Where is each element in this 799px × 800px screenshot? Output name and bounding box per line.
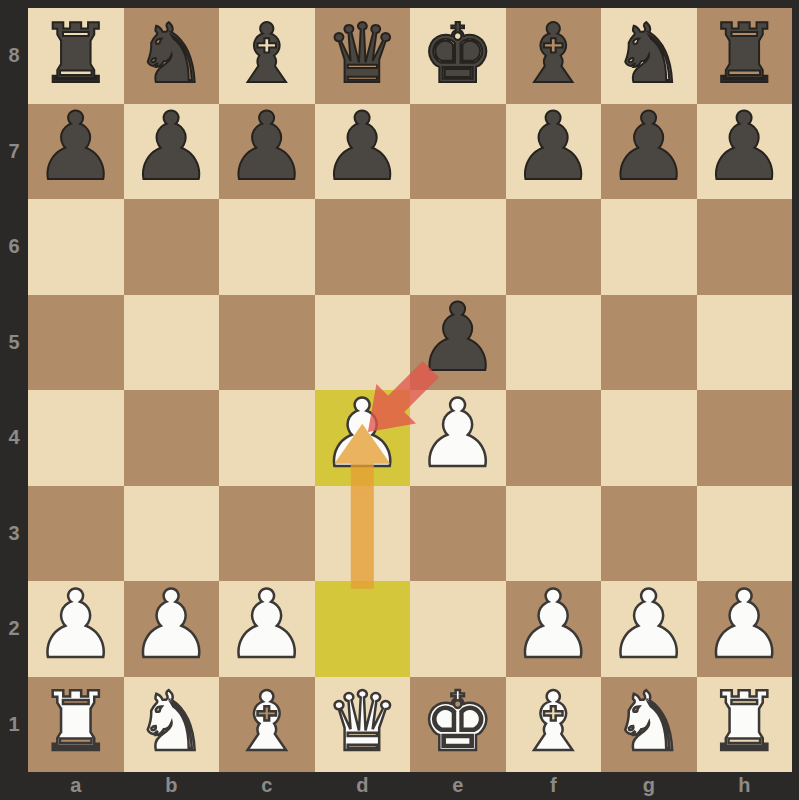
square-f8[interactable]: ♝ — [506, 8, 602, 104]
file-label-f: f — [506, 772, 602, 800]
square-c8[interactable]: ♝ — [219, 8, 315, 104]
file-label-e: e — [410, 772, 506, 800]
square-e2[interactable] — [410, 581, 506, 677]
square-c7[interactable]: ♟ — [219, 104, 315, 200]
rank-label-5: 5 — [0, 295, 28, 391]
square-g6[interactable] — [601, 199, 697, 295]
square-b7[interactable]: ♟ — [124, 104, 220, 200]
file-label-b: b — [124, 772, 220, 800]
piece-black-pawn[interactable]: ♟ — [511, 100, 595, 194]
square-h5[interactable] — [697, 295, 793, 391]
piece-white-pawn[interactable]: ♟ — [34, 578, 118, 672]
rank-label-1: 1 — [0, 677, 28, 773]
square-b2[interactable]: ♟ — [124, 581, 220, 677]
piece-white-queen[interactable]: ♛ — [325, 681, 399, 763]
piece-black-knight[interactable]: ♞ — [612, 13, 686, 95]
square-e8[interactable]: ♚ — [410, 8, 506, 104]
square-g7[interactable]: ♟ — [601, 104, 697, 200]
square-e3[interactable] — [410, 486, 506, 582]
square-e6[interactable] — [410, 199, 506, 295]
piece-white-pawn[interactable]: ♟ — [416, 387, 500, 481]
square-f7[interactable]: ♟ — [506, 104, 602, 200]
square-c1[interactable]: ♝ — [219, 677, 315, 773]
square-b4[interactable] — [124, 390, 220, 486]
piece-black-bishop[interactable]: ♝ — [230, 13, 304, 95]
rank-label-6: 6 — [0, 199, 28, 295]
file-label-c: c — [219, 772, 315, 800]
square-g5[interactable] — [601, 295, 697, 391]
file-label-d: d — [315, 772, 411, 800]
square-g8[interactable]: ♞ — [601, 8, 697, 104]
piece-black-bishop[interactable]: ♝ — [516, 13, 590, 95]
piece-black-pawn[interactable]: ♟ — [129, 100, 213, 194]
square-d1[interactable]: ♛ — [315, 677, 411, 773]
square-e5[interactable]: ♟ — [410, 295, 506, 391]
piece-white-rook[interactable]: ♜ — [39, 681, 113, 763]
square-f1[interactable]: ♝ — [506, 677, 602, 773]
file-label-a: a — [28, 772, 124, 800]
square-b8[interactable]: ♞ — [124, 8, 220, 104]
square-d5[interactable] — [315, 295, 411, 391]
square-f4[interactable] — [506, 390, 602, 486]
file-label-g: g — [601, 772, 697, 800]
square-d4[interactable]: ♟ — [315, 390, 411, 486]
square-d2[interactable] — [315, 581, 411, 677]
square-b5[interactable] — [124, 295, 220, 391]
square-a4[interactable] — [28, 390, 124, 486]
piece-black-knight[interactable]: ♞ — [134, 13, 208, 95]
square-a7[interactable]: ♟ — [28, 104, 124, 200]
rank-label-8: 8 — [0, 8, 28, 104]
piece-white-king[interactable]: ♚ — [421, 681, 495, 763]
square-d7[interactable]: ♟ — [315, 104, 411, 200]
square-g1[interactable]: ♞ — [601, 677, 697, 773]
piece-white-pawn[interactable]: ♟ — [511, 578, 595, 672]
square-h8[interactable]: ♜ — [697, 8, 793, 104]
piece-white-pawn[interactable]: ♟ — [607, 578, 691, 672]
piece-white-knight[interactable]: ♞ — [612, 681, 686, 763]
square-e7[interactable] — [410, 104, 506, 200]
square-a5[interactable] — [28, 295, 124, 391]
piece-white-pawn[interactable]: ♟ — [225, 578, 309, 672]
piece-black-pawn[interactable]: ♟ — [416, 291, 500, 385]
piece-black-pawn[interactable]: ♟ — [607, 100, 691, 194]
square-e1[interactable]: ♚ — [410, 677, 506, 773]
square-c4[interactable] — [219, 390, 315, 486]
rank-label-4: 4 — [0, 390, 28, 486]
square-f2[interactable]: ♟ — [506, 581, 602, 677]
piece-black-rook[interactable]: ♜ — [39, 13, 113, 95]
square-f6[interactable] — [506, 199, 602, 295]
square-c2[interactable]: ♟ — [219, 581, 315, 677]
piece-black-queen[interactable]: ♛ — [325, 13, 399, 95]
square-h1[interactable]: ♜ — [697, 677, 793, 773]
square-a3[interactable] — [28, 486, 124, 582]
square-b3[interactable] — [124, 486, 220, 582]
square-g2[interactable]: ♟ — [601, 581, 697, 677]
square-a6[interactable] — [28, 199, 124, 295]
chess-app: 87654321 abcdefgh ♜♞♝♛♚♝♞♜♟♟♟♟♟♟♟♟♟♟♟♟♟♟… — [0, 0, 799, 800]
piece-white-bishop[interactable]: ♝ — [516, 681, 590, 763]
square-c6[interactable] — [219, 199, 315, 295]
square-b6[interactable] — [124, 199, 220, 295]
square-f5[interactable] — [506, 295, 602, 391]
square-h6[interactable] — [697, 199, 793, 295]
piece-white-rook[interactable]: ♜ — [707, 681, 781, 763]
chess-board[interactable]: ♜♞♝♛♚♝♞♜♟♟♟♟♟♟♟♟♟♟♟♟♟♟♟♟♜♞♝♛♚♝♞♜ — [28, 8, 792, 772]
square-a2[interactable]: ♟ — [28, 581, 124, 677]
piece-black-rook[interactable]: ♜ — [707, 13, 781, 95]
square-f3[interactable] — [506, 486, 602, 582]
rank-label-2: 2 — [0, 581, 28, 677]
square-b1[interactable]: ♞ — [124, 677, 220, 773]
piece-black-king[interactable]: ♚ — [421, 13, 495, 95]
square-h7[interactable]: ♟ — [697, 104, 793, 200]
square-c3[interactable] — [219, 486, 315, 582]
piece-white-knight[interactable]: ♞ — [134, 681, 208, 763]
piece-black-pawn[interactable]: ♟ — [34, 100, 118, 194]
square-a1[interactable]: ♜ — [28, 677, 124, 773]
piece-white-pawn[interactable]: ♟ — [320, 387, 404, 481]
square-g4[interactable] — [601, 390, 697, 486]
square-h4[interactable] — [697, 390, 793, 486]
piece-white-pawn[interactable]: ♟ — [129, 578, 213, 672]
square-d6[interactable] — [315, 199, 411, 295]
rank-label-7: 7 — [0, 104, 28, 200]
piece-black-pawn[interactable]: ♟ — [702, 100, 786, 194]
square-g3[interactable] — [601, 486, 697, 582]
piece-white-pawn[interactable]: ♟ — [702, 578, 786, 672]
square-h2[interactable]: ♟ — [697, 581, 793, 677]
square-d8[interactable]: ♛ — [315, 8, 411, 104]
square-c5[interactable] — [219, 295, 315, 391]
piece-white-bishop[interactable]: ♝ — [230, 681, 304, 763]
piece-black-pawn[interactable]: ♟ — [225, 100, 309, 194]
file-label-h: h — [697, 772, 793, 800]
square-e4[interactable]: ♟ — [410, 390, 506, 486]
piece-black-pawn[interactable]: ♟ — [320, 100, 404, 194]
square-a8[interactable]: ♜ — [28, 8, 124, 104]
rank-label-3: 3 — [0, 486, 28, 582]
square-d3[interactable] — [315, 486, 411, 582]
square-h3[interactable] — [697, 486, 793, 582]
